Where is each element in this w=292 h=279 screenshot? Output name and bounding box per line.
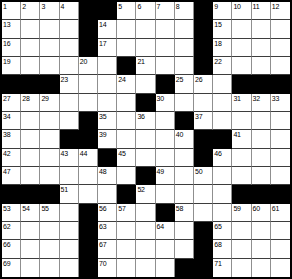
cell-r2c11-black [194, 20, 213, 38]
cell-r7c1[interactable]: 34 [2, 112, 21, 130]
cell-r14c14[interactable] [252, 240, 271, 258]
clue-number: 21 [137, 57, 144, 66]
cell-r2c9[interactable] [156, 20, 175, 38]
cell-r5c11[interactable]: 26 [194, 75, 213, 93]
cell-r3c3[interactable] [40, 39, 59, 57]
cell-r8c14[interactable] [252, 130, 271, 148]
clue-number: 38 [3, 130, 10, 139]
cell-r10c8-black [136, 167, 155, 185]
cell-r13c14[interactable] [252, 222, 271, 240]
clue-number: 59 [233, 204, 240, 213]
cell-r13c1[interactable]: 62 [2, 222, 21, 240]
cell-r6c2[interactable]: 28 [21, 94, 40, 112]
clue-number: 12 [272, 2, 279, 11]
cell-r7c11[interactable]: 37 [194, 112, 213, 130]
cell-r6c14[interactable]: 32 [252, 94, 271, 112]
cell-r9c14[interactable] [252, 149, 271, 167]
cell-r7c3[interactable] [40, 112, 59, 130]
cell-r8c3[interactable] [40, 130, 59, 148]
cell-r7c2[interactable] [21, 112, 40, 130]
clue-number: 56 [99, 204, 106, 213]
cell-r15c1[interactable]: 69 [2, 259, 21, 277]
cell-r15c8[interactable] [136, 259, 155, 277]
cell-r7c12[interactable] [213, 112, 232, 130]
cell-r10c12[interactable] [213, 167, 232, 185]
clue-number: 14 [99, 20, 106, 29]
clue-number: 68 [214, 240, 221, 249]
cell-r15c15[interactable] [271, 259, 290, 277]
cell-r2c12[interactable]: 15 [213, 20, 232, 38]
cell-r12c1[interactable]: 53 [2, 204, 21, 222]
cell-r9c6-black [98, 149, 117, 167]
cell-r2c4[interactable] [60, 20, 79, 38]
clue-number: 20 [80, 57, 87, 66]
cell-r15c14[interactable] [252, 259, 271, 277]
clue-number: 40 [176, 130, 183, 139]
cell-r14c3[interactable] [40, 240, 59, 258]
clue-number: 53 [3, 204, 10, 213]
cell-r1c10[interactable]: 8 [175, 2, 194, 20]
cell-r3c5-black [79, 39, 98, 57]
cell-r11c10[interactable] [175, 185, 194, 203]
cell-r15c13[interactable] [232, 259, 251, 277]
cell-r13c12[interactable]: 65 [213, 222, 232, 240]
cell-r13c3[interactable] [40, 222, 59, 240]
cell-r11c13-black [232, 185, 251, 203]
cell-r8c6[interactable]: 39 [98, 130, 117, 148]
clue-number: 42 [3, 149, 10, 158]
clue-number: 65 [214, 222, 221, 231]
clue-number: 51 [61, 185, 68, 194]
cell-r5c9-black [156, 75, 175, 93]
cell-r2c15[interactable] [271, 20, 290, 38]
cell-r1c13[interactable]: 10 [232, 2, 251, 20]
cell-r8c2[interactable] [21, 130, 40, 148]
clue-number: 60 [253, 204, 260, 213]
cell-r8c7[interactable] [117, 130, 136, 148]
cell-r11c3-black [40, 185, 59, 203]
cell-r9c7[interactable]: 45 [117, 149, 136, 167]
cell-r5c3-black [40, 75, 59, 93]
cell-r15c2[interactable] [21, 259, 40, 277]
cell-r14c13[interactable] [232, 240, 251, 258]
cell-r14c15[interactable] [271, 240, 290, 258]
cell-r1c11-black [194, 2, 213, 20]
cell-r3c8[interactable] [136, 39, 155, 57]
cell-r12c11[interactable] [194, 204, 213, 222]
cell-r4c13[interactable] [232, 57, 251, 75]
cell-r9c15[interactable] [271, 149, 290, 167]
clue-number: 64 [157, 222, 164, 231]
cell-r13c11-black [194, 222, 213, 240]
cell-r13c9[interactable]: 64 [156, 222, 175, 240]
cell-r12c3[interactable]: 55 [40, 204, 59, 222]
cell-r8c15[interactable] [271, 130, 290, 148]
cell-r1c1[interactable]: 1 [2, 2, 21, 20]
cell-r7c4[interactable] [60, 112, 79, 130]
clue-number: 7 [157, 2, 161, 11]
cell-r12c6[interactable]: 56 [98, 204, 117, 222]
clue-number: 22 [214, 57, 221, 66]
cell-r11c15-black [271, 185, 290, 203]
clue-number: 46 [214, 149, 221, 158]
cell-r1c8[interactable]: 6 [136, 2, 155, 20]
cell-r5c14-black [252, 75, 271, 93]
cell-r1c14[interactable]: 11 [252, 2, 271, 20]
cell-r11c9[interactable] [156, 185, 175, 203]
cell-r14c7[interactable] [117, 240, 136, 258]
clue-number: 50 [195, 167, 202, 176]
cell-r10c14[interactable] [252, 167, 271, 185]
clue-number: 36 [137, 112, 144, 121]
cell-r7c15[interactable] [271, 112, 290, 130]
cell-r2c3[interactable] [40, 20, 59, 38]
cell-r1c7[interactable]: 5 [117, 2, 136, 20]
cell-r12c4[interactable] [60, 204, 79, 222]
cell-r1c15[interactable]: 12 [271, 2, 290, 20]
cell-r3c12[interactable]: 18 [213, 39, 232, 57]
cell-r6c7[interactable] [117, 94, 136, 112]
cell-r12c15[interactable]: 61 [271, 204, 290, 222]
clue-number: 31 [233, 94, 240, 103]
clue-number: 30 [157, 94, 164, 103]
cell-r5c7[interactable]: 24 [117, 75, 136, 93]
cell-r9c9[interactable] [156, 149, 175, 167]
cell-r10c6[interactable]: 48 [98, 167, 117, 185]
cell-r3c14[interactable] [252, 39, 271, 57]
clue-number: 37 [195, 112, 202, 121]
cell-r15c6[interactable]: 70 [98, 259, 117, 277]
crossword-grid: 1234567891011121314151617181920212223242… [0, 0, 292, 279]
cell-r14c8[interactable] [136, 240, 155, 258]
cell-r4c1[interactable]: 19 [2, 57, 21, 75]
cell-r4c8[interactable]: 21 [136, 57, 155, 75]
cell-r1c6-black [98, 2, 117, 20]
clue-number: 17 [99, 39, 106, 48]
cell-r5c1-black [2, 75, 21, 93]
cell-r7c13[interactable] [232, 112, 251, 130]
cell-r14c4[interactable] [60, 240, 79, 258]
clue-number: 32 [253, 94, 260, 103]
cell-r15c10-black [175, 259, 194, 277]
clue-number: 6 [137, 2, 141, 11]
cell-r10c3[interactable] [40, 167, 59, 185]
cell-r8c5-black [79, 130, 98, 148]
cell-r15c7[interactable] [117, 259, 136, 277]
cell-r8c4-black [60, 130, 79, 148]
clue-number: 16 [3, 39, 10, 48]
cell-r5c8[interactable] [136, 75, 155, 93]
cell-r14c1[interactable]: 66 [2, 240, 21, 258]
cell-r10c7[interactable] [117, 167, 136, 185]
clue-number: 63 [99, 222, 106, 231]
cell-r13c6[interactable]: 63 [98, 222, 117, 240]
cell-r1c3[interactable]: 3 [40, 2, 59, 20]
clue-number: 62 [3, 222, 10, 231]
clue-number: 5 [118, 2, 122, 11]
clue-number: 44 [80, 149, 87, 158]
clue-number: 25 [176, 75, 183, 84]
cell-r3c7[interactable] [117, 39, 136, 57]
cell-r8c1[interactable]: 38 [2, 130, 21, 148]
clue-number: 15 [214, 20, 221, 29]
cell-r10c9[interactable]: 49 [156, 167, 175, 185]
cell-r7c9[interactable] [156, 112, 175, 130]
clue-number: 34 [3, 112, 10, 121]
cell-r4c9[interactable] [156, 57, 175, 75]
cell-r10c15[interactable] [271, 167, 290, 185]
cell-r12c5-black [79, 204, 98, 222]
cell-r11c1-black [2, 185, 21, 203]
cell-r4c5[interactable]: 20 [79, 57, 98, 75]
clue-number: 39 [99, 130, 106, 139]
cell-r14c5-black [79, 240, 98, 258]
cell-r2c8[interactable] [136, 20, 155, 38]
cell-r5c2-black [21, 75, 40, 93]
clue-number: 70 [99, 259, 106, 268]
clue-number: 9 [214, 2, 218, 11]
cell-r2c14[interactable] [252, 20, 271, 38]
clue-number: 69 [3, 259, 10, 268]
cell-r3c4[interactable] [60, 39, 79, 57]
cell-r6c15[interactable]: 33 [271, 94, 290, 112]
cell-r13c7[interactable] [117, 222, 136, 240]
cell-r4c11-black [194, 57, 213, 75]
cell-r4c12[interactable]: 22 [213, 57, 232, 75]
cell-r9c4[interactable]: 43 [60, 149, 79, 167]
cell-r14c6[interactable]: 67 [98, 240, 117, 258]
cell-r15c9[interactable] [156, 259, 175, 277]
cell-r2c7[interactable] [117, 20, 136, 38]
cell-r11c12[interactable] [213, 185, 232, 203]
cell-r13c15[interactable] [271, 222, 290, 240]
cell-r11c4[interactable]: 51 [60, 185, 79, 203]
cell-r3c10[interactable] [175, 39, 194, 57]
clue-number: 24 [118, 75, 125, 84]
cell-r11c8[interactable]: 52 [136, 185, 155, 203]
cell-r6c10[interactable] [175, 94, 194, 112]
cell-r7c8[interactable]: 36 [136, 112, 155, 130]
clue-number: 57 [118, 204, 125, 213]
clue-number: 47 [3, 167, 10, 176]
clue-number: 4 [61, 2, 65, 11]
cell-r14c12[interactable]: 68 [213, 240, 232, 258]
cell-r13c10[interactable] [175, 222, 194, 240]
cell-r7c6[interactable]: 35 [98, 112, 117, 130]
cell-r15c5-black [79, 259, 98, 277]
cell-r10c2[interactable] [21, 167, 40, 185]
cell-r11c6[interactable] [98, 185, 117, 203]
cell-r12c7[interactable]: 57 [117, 204, 136, 222]
cell-r3c1[interactable]: 16 [2, 39, 21, 57]
clue-number: 27 [3, 94, 10, 103]
cell-r4c10[interactable] [175, 57, 194, 75]
cell-r2c13[interactable] [232, 20, 251, 38]
cell-r6c1[interactable]: 27 [2, 94, 21, 112]
cell-r9c8[interactable] [136, 149, 155, 167]
clue-number: 45 [118, 149, 125, 158]
clue-number: 58 [176, 204, 183, 213]
cell-r9c5[interactable]: 44 [79, 149, 98, 167]
clue-number: 48 [99, 167, 106, 176]
cell-r5c12[interactable] [213, 75, 232, 93]
cell-r6c12[interactable] [213, 94, 232, 112]
clue-number: 66 [3, 240, 10, 249]
clue-number: 13 [3, 20, 10, 29]
cell-r8c8[interactable] [136, 130, 155, 148]
cell-r14c2[interactable] [21, 240, 40, 258]
clue-number: 71 [214, 259, 221, 268]
cell-r7c5-black [79, 112, 98, 130]
cell-r9c3[interactable] [40, 149, 59, 167]
cell-r9c2[interactable] [21, 149, 40, 167]
cell-r7c10-black [175, 112, 194, 130]
cell-r10c13[interactable] [232, 167, 251, 185]
clue-number: 18 [214, 39, 221, 48]
cell-r6c3[interactable]: 29 [40, 94, 59, 112]
cell-r15c12[interactable]: 71 [213, 259, 232, 277]
cell-r6c5[interactable] [79, 94, 98, 112]
cell-r2c10[interactable] [175, 20, 194, 38]
cell-r10c1[interactable]: 47 [2, 167, 21, 185]
clue-number: 41 [233, 130, 240, 139]
clue-number: 19 [3, 57, 10, 66]
cell-r2c6[interactable]: 14 [98, 20, 117, 38]
cell-r12c12[interactable] [213, 204, 232, 222]
cell-r13c4[interactable] [60, 222, 79, 240]
cell-r12c10[interactable]: 58 [175, 204, 194, 222]
cell-r9c11-black [194, 149, 213, 167]
cell-r4c2[interactable] [21, 57, 40, 75]
cell-r4c3[interactable] [40, 57, 59, 75]
cell-r14c9[interactable] [156, 240, 175, 258]
clue-number: 43 [61, 149, 68, 158]
cell-r12c14[interactable]: 60 [252, 204, 271, 222]
cell-r4c15[interactable] [271, 57, 290, 75]
cell-r11c7-black [117, 185, 136, 203]
clue-number: 11 [253, 2, 260, 11]
cell-r2c1[interactable]: 13 [2, 20, 21, 38]
cell-r12c2[interactable]: 54 [21, 204, 40, 222]
cell-r4c6[interactable] [98, 57, 117, 75]
cell-r4c4[interactable] [60, 57, 79, 75]
cell-r3c6[interactable]: 17 [98, 39, 117, 57]
cell-r8c11-black [194, 130, 213, 148]
cell-r3c2[interactable] [21, 39, 40, 57]
cell-r8c12-black [213, 130, 232, 148]
cell-r3c9[interactable] [156, 39, 175, 57]
cell-r6c11[interactable] [194, 94, 213, 112]
cell-r1c12[interactable]: 9 [213, 2, 232, 20]
cell-r15c3[interactable] [40, 259, 59, 277]
cell-r8c13[interactable]: 41 [232, 130, 251, 148]
cell-r1c5-black [79, 2, 98, 20]
cell-r6c13[interactable]: 31 [232, 94, 251, 112]
cell-r14c10[interactable] [175, 240, 194, 258]
cell-r5c4[interactable]: 23 [60, 75, 79, 93]
clue-number: 61 [272, 204, 279, 213]
clue-number: 29 [41, 94, 48, 103]
cell-r9c12[interactable]: 46 [213, 149, 232, 167]
cell-r5c15-black [271, 75, 290, 93]
cell-r6c8-black [136, 94, 155, 112]
cell-r8c10[interactable]: 40 [175, 130, 194, 148]
cell-r1c9[interactable]: 7 [156, 2, 175, 20]
cell-r9c10[interactable] [175, 149, 194, 167]
cell-r12c9-black [156, 204, 175, 222]
clue-number: 54 [22, 204, 29, 213]
cell-r12c8[interactable] [136, 204, 155, 222]
cell-r6c4[interactable] [60, 94, 79, 112]
clue-number: 26 [195, 75, 202, 84]
cell-r10c4[interactable] [60, 167, 79, 185]
cell-r2c5-black [79, 20, 98, 38]
cell-r7c7[interactable] [117, 112, 136, 130]
cell-r4c14[interactable] [252, 57, 271, 75]
cell-r13c2[interactable] [21, 222, 40, 240]
cell-r3c11-black [194, 39, 213, 57]
clue-number: 52 [137, 185, 144, 194]
cell-r11c14-black [252, 185, 271, 203]
cell-r3c15[interactable] [271, 39, 290, 57]
clue-number: 23 [61, 75, 68, 84]
cell-r5c10[interactable]: 25 [175, 75, 194, 93]
clue-number: 35 [99, 112, 106, 121]
clue-number: 55 [41, 204, 48, 213]
cell-r9c1[interactable]: 42 [2, 149, 21, 167]
cell-r6c9[interactable]: 30 [156, 94, 175, 112]
cell-r1c2[interactable]: 2 [21, 2, 40, 20]
cell-r13c5-black [79, 222, 98, 240]
cell-r5c6[interactable] [98, 75, 117, 93]
cell-r2c2[interactable] [21, 20, 40, 38]
cell-r13c8[interactable] [136, 222, 155, 240]
cell-r4c7-black [117, 57, 136, 75]
cell-r13c13[interactable] [232, 222, 251, 240]
clue-number: 49 [157, 167, 164, 176]
cell-r6c6[interactable] [98, 94, 117, 112]
cell-r5c13-black [232, 75, 251, 93]
cell-r1c4[interactable]: 4 [60, 2, 79, 20]
clue-number: 10 [233, 2, 240, 11]
cell-r12c13[interactable]: 59 [232, 204, 251, 222]
clue-number: 2 [22, 2, 26, 11]
cell-r3c13[interactable] [232, 39, 251, 57]
cell-r10c5[interactable] [79, 167, 98, 185]
cell-r11c11[interactable] [194, 185, 213, 203]
cell-r5c5[interactable] [79, 75, 98, 93]
cell-r10c11[interactable]: 50 [194, 167, 213, 185]
clue-number: 8 [176, 2, 180, 11]
cell-r11c5[interactable] [79, 185, 98, 203]
clue-number: 3 [41, 2, 45, 11]
clue-number: 1 [3, 2, 7, 11]
cell-r15c4[interactable] [60, 259, 79, 277]
cell-r14c11-black [194, 240, 213, 258]
clue-number: 33 [272, 94, 279, 103]
cell-r7c14[interactable] [252, 112, 271, 130]
cell-r8c9[interactable] [156, 130, 175, 148]
clue-number: 67 [99, 240, 106, 249]
cell-r10c10[interactable] [175, 167, 194, 185]
cell-r15c11-black [194, 259, 213, 277]
clue-number: 28 [22, 94, 29, 103]
cell-r11c2-black [21, 185, 40, 203]
cell-r9c13[interactable] [232, 149, 251, 167]
